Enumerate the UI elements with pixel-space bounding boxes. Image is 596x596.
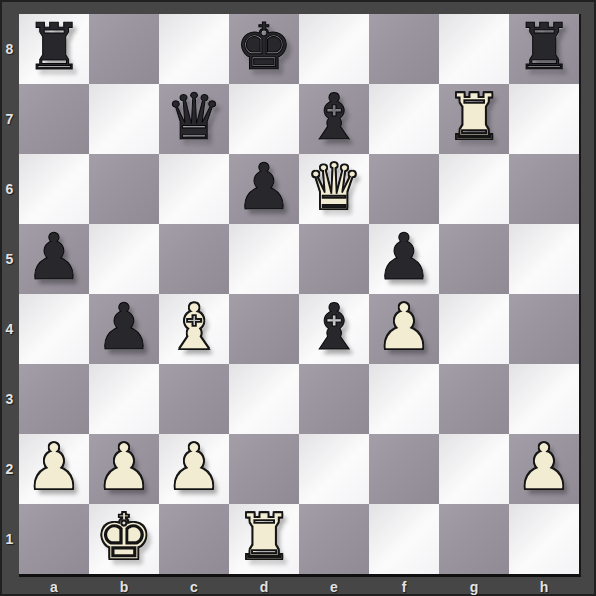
file-label-e: e xyxy=(299,577,369,596)
file-label-h: h xyxy=(509,577,579,596)
black-bishop[interactable]: ♝ xyxy=(305,82,362,152)
square-b7[interactable] xyxy=(89,84,159,154)
file-label-b: b xyxy=(89,577,159,596)
rank-labels: 87654321 xyxy=(0,14,19,574)
square-e5[interactable] xyxy=(299,224,369,294)
file-label-g: g xyxy=(439,577,509,596)
square-e3[interactable] xyxy=(299,364,369,434)
square-f8[interactable] xyxy=(369,14,439,84)
square-c7[interactable]: ♛ xyxy=(159,84,229,154)
square-a4[interactable] xyxy=(19,294,89,364)
rank-label-6: 6 xyxy=(0,154,19,224)
black-pawn[interactable]: ♟ xyxy=(375,222,432,292)
black-king[interactable]: ♚ xyxy=(235,12,292,82)
rank-label-5: 5 xyxy=(0,224,19,294)
square-c3[interactable] xyxy=(159,364,229,434)
square-f6[interactable] xyxy=(369,154,439,224)
square-f5[interactable]: ♟ xyxy=(369,224,439,294)
white-rook[interactable]: ♜ xyxy=(445,82,502,152)
black-rook[interactable]: ♜ xyxy=(25,12,82,82)
square-f3[interactable] xyxy=(369,364,439,434)
black-pawn[interactable]: ♟ xyxy=(235,152,292,222)
white-pawn[interactable]: ♟ xyxy=(25,432,82,502)
square-f2[interactable] xyxy=(369,434,439,504)
rank-label-3: 3 xyxy=(0,364,19,434)
board-frame: 87654321 ♜♚♜♛♝♜♟♛♟♟♟♝♝♟♟♟♟♟♚♜ abcdefgh xyxy=(0,0,596,596)
square-a6[interactable] xyxy=(19,154,89,224)
square-e1[interactable] xyxy=(299,504,369,574)
square-c5[interactable] xyxy=(159,224,229,294)
square-d2[interactable] xyxy=(229,434,299,504)
black-rook[interactable]: ♜ xyxy=(515,12,572,82)
square-a7[interactable] xyxy=(19,84,89,154)
square-d3[interactable] xyxy=(229,364,299,434)
square-b6[interactable] xyxy=(89,154,159,224)
square-b3[interactable] xyxy=(89,364,159,434)
white-queen[interactable]: ♛ xyxy=(305,152,362,222)
square-f7[interactable] xyxy=(369,84,439,154)
square-b2[interactable]: ♟ xyxy=(89,434,159,504)
square-g8[interactable] xyxy=(439,14,509,84)
black-queen[interactable]: ♛ xyxy=(165,82,222,152)
square-h2[interactable]: ♟ xyxy=(509,434,579,504)
square-a3[interactable] xyxy=(19,364,89,434)
white-rook[interactable]: ♜ xyxy=(235,502,292,572)
square-d5[interactable] xyxy=(229,224,299,294)
black-bishop[interactable]: ♝ xyxy=(305,292,362,362)
square-b4[interactable]: ♟ xyxy=(89,294,159,364)
file-label-f: f xyxy=(369,577,439,596)
file-label-c: c xyxy=(159,577,229,596)
white-bishop[interactable]: ♝ xyxy=(165,292,222,362)
square-h1[interactable] xyxy=(509,504,579,574)
rank-label-8: 8 xyxy=(0,14,19,84)
file-label-d: d xyxy=(229,577,299,596)
white-pawn[interactable]: ♟ xyxy=(165,432,222,502)
chess-board: ♜♚♜♛♝♜♟♛♟♟♟♝♝♟♟♟♟♟♚♜ xyxy=(19,14,581,577)
square-h7[interactable] xyxy=(509,84,579,154)
black-pawn[interactable]: ♟ xyxy=(25,222,82,292)
square-h6[interactable] xyxy=(509,154,579,224)
square-h3[interactable] xyxy=(509,364,579,434)
square-c8[interactable] xyxy=(159,14,229,84)
square-g4[interactable] xyxy=(439,294,509,364)
square-g5[interactable] xyxy=(439,224,509,294)
square-h5[interactable] xyxy=(509,224,579,294)
square-g3[interactable] xyxy=(439,364,509,434)
square-e2[interactable] xyxy=(299,434,369,504)
square-e6[interactable]: ♛ xyxy=(299,154,369,224)
white-pawn[interactable]: ♟ xyxy=(95,432,152,502)
square-g6[interactable] xyxy=(439,154,509,224)
square-e4[interactable]: ♝ xyxy=(299,294,369,364)
square-d1[interactable]: ♜ xyxy=(229,504,299,574)
square-h4[interactable] xyxy=(509,294,579,364)
square-c6[interactable] xyxy=(159,154,229,224)
square-g7[interactable]: ♜ xyxy=(439,84,509,154)
black-pawn[interactable]: ♟ xyxy=(95,292,152,362)
square-b8[interactable] xyxy=(89,14,159,84)
square-b5[interactable] xyxy=(89,224,159,294)
rank-label-1: 1 xyxy=(0,504,19,574)
square-c1[interactable] xyxy=(159,504,229,574)
square-g1[interactable] xyxy=(439,504,509,574)
square-a8[interactable]: ♜ xyxy=(19,14,89,84)
rank-label-4: 4 xyxy=(0,294,19,364)
square-g2[interactable] xyxy=(439,434,509,504)
square-f1[interactable] xyxy=(369,504,439,574)
white-pawn[interactable]: ♟ xyxy=(375,292,432,362)
square-c2[interactable]: ♟ xyxy=(159,434,229,504)
square-h8[interactable]: ♜ xyxy=(509,14,579,84)
rank-label-2: 2 xyxy=(0,434,19,504)
white-king[interactable]: ♚ xyxy=(95,502,152,572)
square-d4[interactable] xyxy=(229,294,299,364)
square-a1[interactable] xyxy=(19,504,89,574)
square-f4[interactable]: ♟ xyxy=(369,294,439,364)
rank-label-7: 7 xyxy=(0,84,19,154)
square-e8[interactable] xyxy=(299,14,369,84)
square-b1[interactable]: ♚ xyxy=(89,504,159,574)
white-pawn[interactable]: ♟ xyxy=(515,432,572,502)
file-label-a: a xyxy=(19,577,89,596)
square-d7[interactable] xyxy=(229,84,299,154)
square-d8[interactable]: ♚ xyxy=(229,14,299,84)
square-a2[interactable]: ♟ xyxy=(19,434,89,504)
square-a5[interactable]: ♟ xyxy=(19,224,89,294)
file-labels: abcdefgh xyxy=(19,577,579,596)
square-c4[interactable]: ♝ xyxy=(159,294,229,364)
square-d6[interactable]: ♟ xyxy=(229,154,299,224)
square-e7[interactable]: ♝ xyxy=(299,84,369,154)
